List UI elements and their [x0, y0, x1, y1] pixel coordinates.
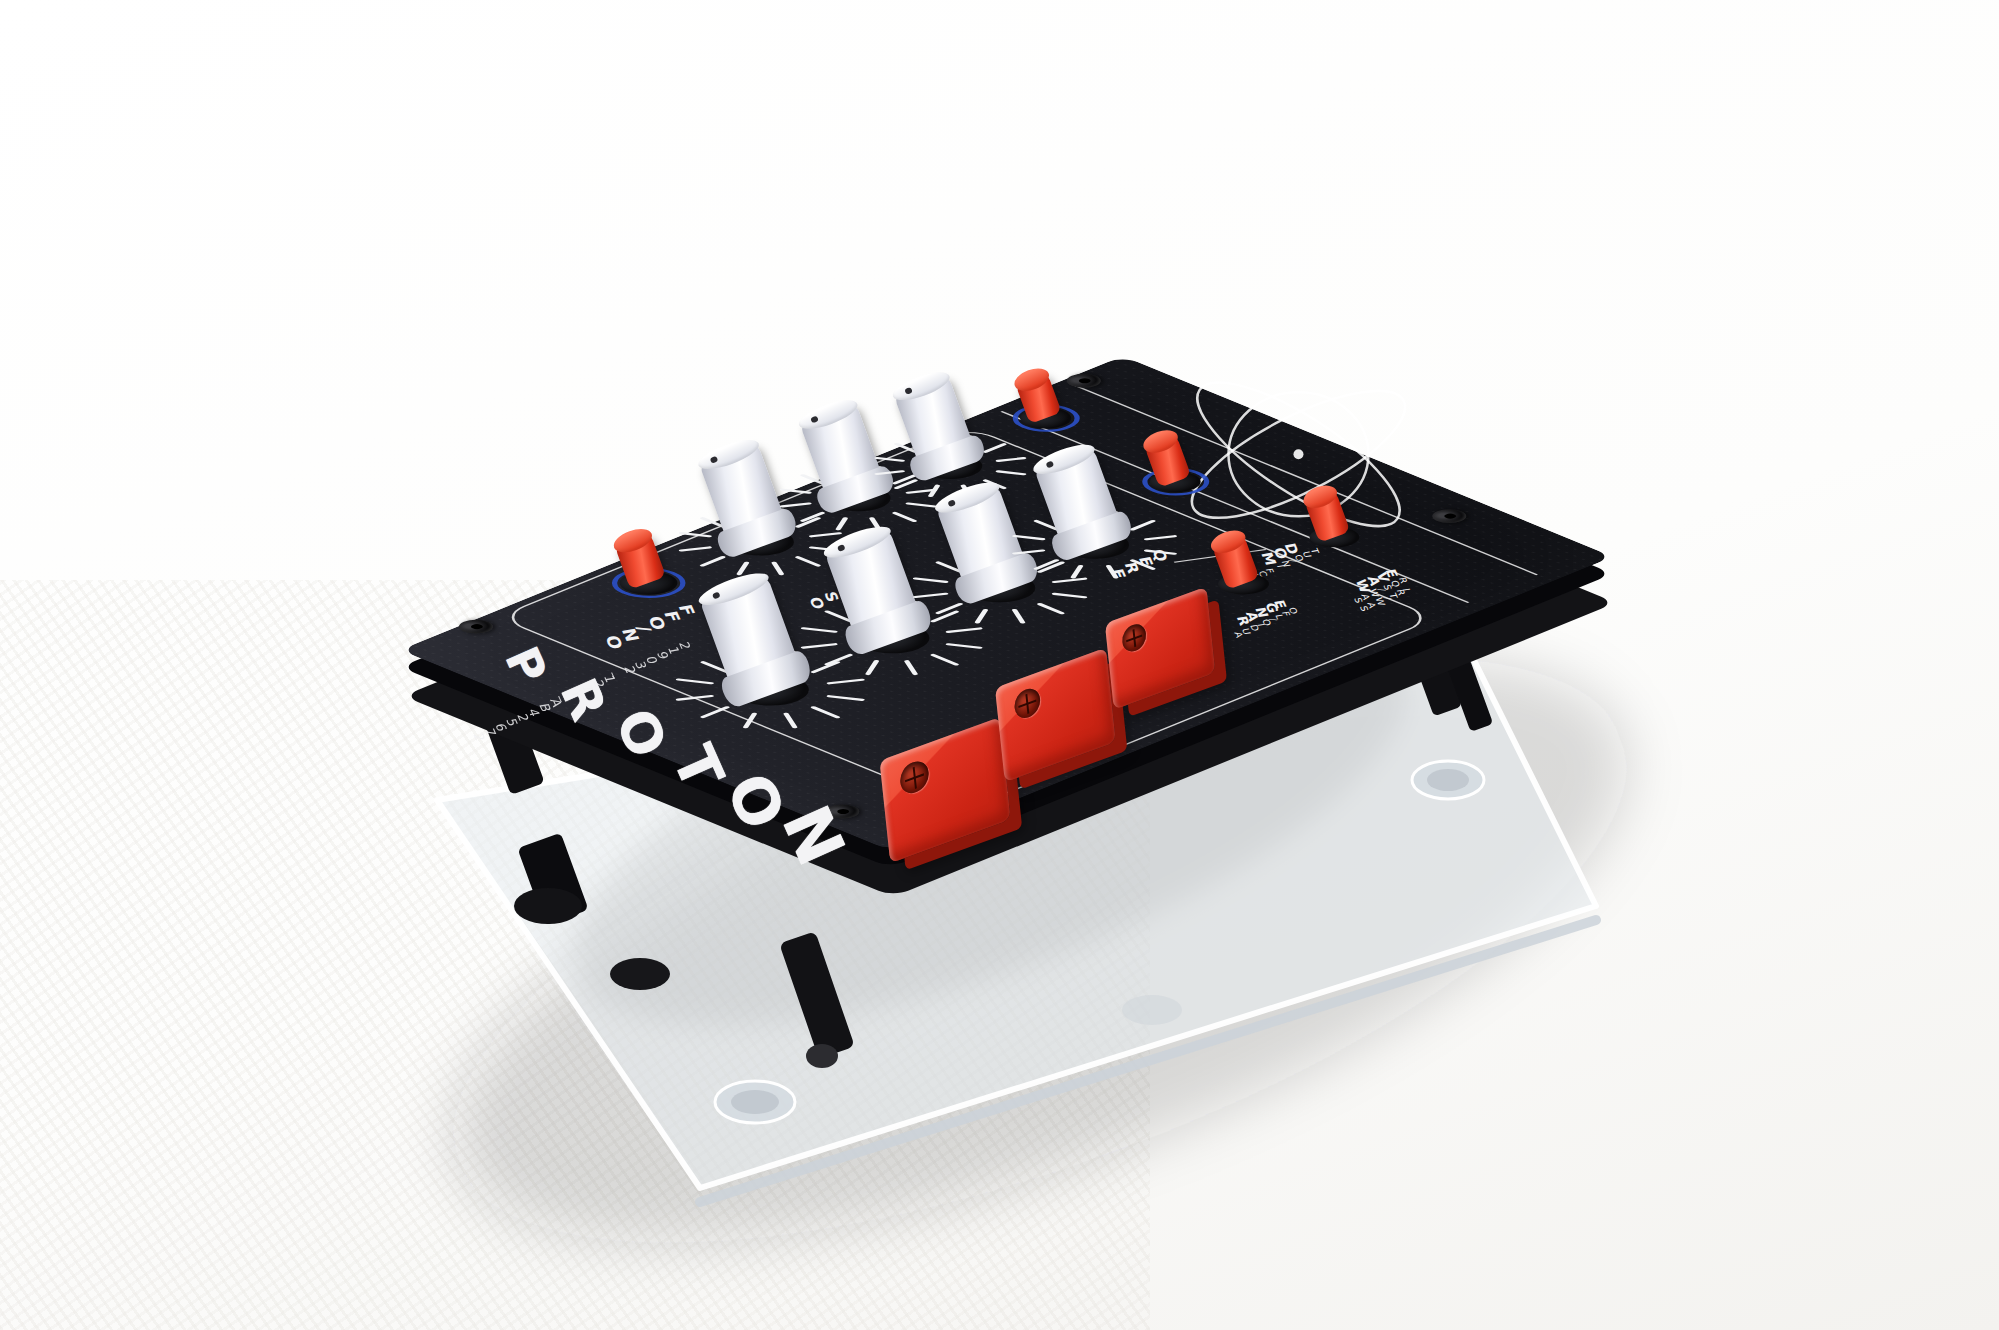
acrylic-foot: [731, 1090, 779, 1114]
key-screw: [1121, 621, 1147, 655]
key-screw: [1013, 685, 1041, 722]
acrylic-foot: [1122, 995, 1182, 1025]
scene: { "device_name": "PROTON", "logo_letters…: [0, 0, 1999, 1330]
knob-tick: [699, 706, 731, 719]
logo-letter: O: [607, 701, 675, 765]
acrylic-foot: [1427, 769, 1469, 791]
knob-top: [1030, 439, 1098, 480]
key-screw: [899, 757, 930, 797]
logo-letter: P: [498, 640, 554, 690]
